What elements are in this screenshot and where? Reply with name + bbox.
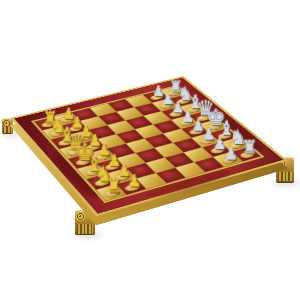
board-red-margin: ♜♟♟♜♞♟♟♞♝♟♟♝♛♟♟♛♚♟♟♚♝♟♟♝♞♟♟♞♜♟♟♜ [11, 76, 288, 216]
pawn-glyph: ♟ [221, 146, 242, 162]
rook-glyph: ♜ [103, 177, 125, 196]
pawn-glyph: ♟ [123, 173, 145, 189]
square-e4[interactable] [126, 139, 153, 153]
product-photo-scene: ♜♟♟♜♞♟♟♞♝♟♟♝♛♟♟♛♚♟♟♚♝♟♟♝♞♟♟♞♜♟♟♜ [0, 0, 300, 300]
rook-glyph: ♜ [239, 139, 260, 156]
chessboard: ♜♟♟♜♞♟♟♞♝♟♟♝♛♟♟♛♚♟♟♚♝♟♟♝♞♟♟♞♜♟♟♜ [11, 76, 288, 216]
